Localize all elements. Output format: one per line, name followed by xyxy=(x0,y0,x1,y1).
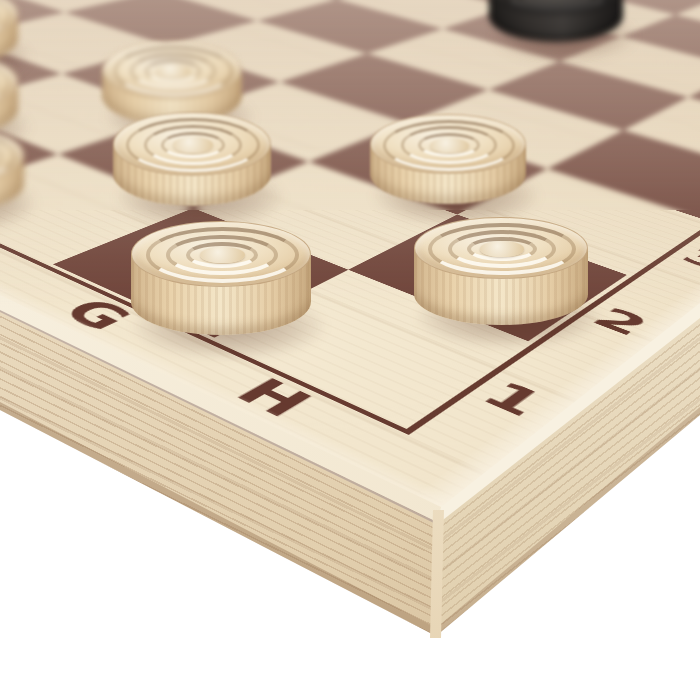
pieces-layer xyxy=(0,0,700,700)
piece-top-face xyxy=(131,221,311,287)
piece-center-dome xyxy=(156,64,191,79)
checker-white-g3[interactable] xyxy=(370,114,526,204)
checker-black-f7[interactable] xyxy=(489,0,623,42)
checker-white-g1[interactable] xyxy=(131,221,311,335)
piece-top-face xyxy=(414,217,588,279)
piece-center-dome xyxy=(430,138,469,153)
product-photo-scene: ABCDEFGH12345678 ABCDEFGH12345678 xyxy=(0,0,700,700)
piece-top-face xyxy=(102,41,242,99)
checker-white-c4[interactable] xyxy=(0,0,18,63)
piece-center-dome xyxy=(173,137,213,153)
piece-top-face xyxy=(113,112,271,176)
piece-center-dome xyxy=(200,247,245,264)
checker-white-h2[interactable] xyxy=(414,217,588,325)
piece-top-face xyxy=(370,114,526,174)
piece-center-dome xyxy=(480,241,524,257)
checker-white-e1[interactable] xyxy=(0,128,24,210)
checker-white-f2[interactable] xyxy=(113,112,271,206)
checker-white-d2[interactable] xyxy=(0,56,18,134)
